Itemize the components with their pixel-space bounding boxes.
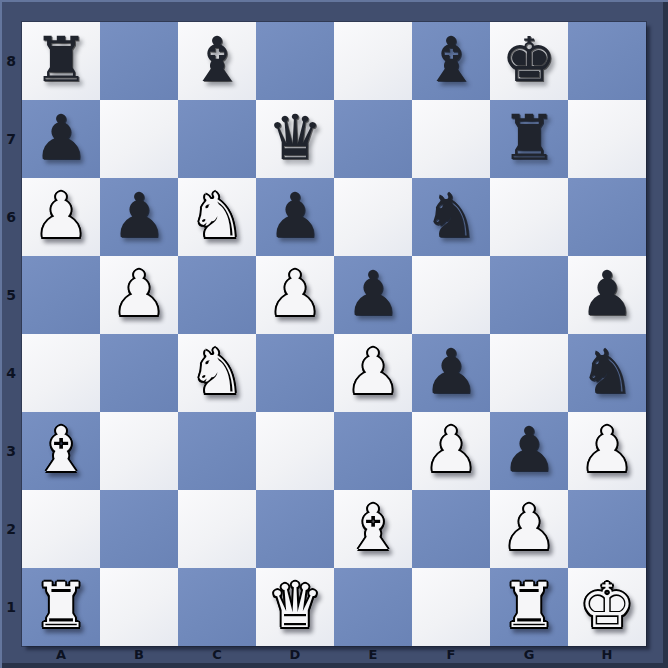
square-h1[interactable]: ♚ bbox=[568, 568, 646, 646]
file-label-a: A bbox=[22, 647, 100, 662]
rank-label-8: 8 bbox=[0, 22, 22, 100]
square-g6[interactable] bbox=[490, 178, 568, 256]
square-f1[interactable] bbox=[412, 568, 490, 646]
piece-black-pawn[interactable]: ♟ bbox=[490, 412, 568, 490]
square-e4[interactable]: ♟ bbox=[334, 334, 412, 412]
piece-white-pawn[interactable]: ♟ bbox=[568, 412, 646, 490]
square-e3[interactable] bbox=[334, 412, 412, 490]
piece-white-knight[interactable]: ♞ bbox=[178, 334, 256, 412]
piece-white-queen[interactable]: ♛ bbox=[256, 568, 334, 646]
file-label-b: B bbox=[100, 647, 178, 662]
piece-black-bishop[interactable]: ♝ bbox=[178, 22, 256, 100]
square-a2[interactable] bbox=[22, 490, 100, 568]
square-f3[interactable]: ♟ bbox=[412, 412, 490, 490]
piece-white-pawn[interactable]: ♟ bbox=[490, 490, 568, 568]
square-b5[interactable]: ♟ bbox=[100, 256, 178, 334]
square-e7[interactable] bbox=[334, 100, 412, 178]
rank-label-5: 5 bbox=[0, 256, 22, 334]
square-b6[interactable]: ♟ bbox=[100, 178, 178, 256]
square-g1[interactable]: ♜ bbox=[490, 568, 568, 646]
piece-black-pawn[interactable]: ♟ bbox=[100, 178, 178, 256]
chess-app: 87654321 ♜♝♝♚♟♛♜♟♟♞♟♞♟♟♟♟♞♟♟♞♝♟♟♟♝♟♜♛♜♚ … bbox=[0, 0, 668, 668]
piece-white-pawn[interactable]: ♟ bbox=[334, 334, 412, 412]
square-d3[interactable] bbox=[256, 412, 334, 490]
square-c4[interactable]: ♞ bbox=[178, 334, 256, 412]
square-h5[interactable]: ♟ bbox=[568, 256, 646, 334]
square-d7[interactable]: ♛ bbox=[256, 100, 334, 178]
square-c5[interactable] bbox=[178, 256, 256, 334]
square-d2[interactable] bbox=[256, 490, 334, 568]
square-d4[interactable] bbox=[256, 334, 334, 412]
piece-white-pawn[interactable]: ♟ bbox=[100, 256, 178, 334]
square-h8[interactable] bbox=[568, 22, 646, 100]
piece-black-knight[interactable]: ♞ bbox=[568, 334, 646, 412]
square-g7[interactable]: ♜ bbox=[490, 100, 568, 178]
square-g5[interactable] bbox=[490, 256, 568, 334]
square-c7[interactable] bbox=[178, 100, 256, 178]
square-f8[interactable]: ♝ bbox=[412, 22, 490, 100]
square-g2[interactable]: ♟ bbox=[490, 490, 568, 568]
piece-white-pawn[interactable]: ♟ bbox=[412, 412, 490, 490]
square-c2[interactable] bbox=[178, 490, 256, 568]
rank-label-2: 2 bbox=[0, 490, 22, 568]
square-e5[interactable]: ♟ bbox=[334, 256, 412, 334]
square-a8[interactable]: ♜ bbox=[22, 22, 100, 100]
square-h2[interactable] bbox=[568, 490, 646, 568]
file-label-g: G bbox=[490, 647, 568, 662]
piece-white-pawn[interactable]: ♟ bbox=[256, 256, 334, 334]
square-d1[interactable]: ♛ bbox=[256, 568, 334, 646]
piece-black-knight[interactable]: ♞ bbox=[412, 178, 490, 256]
file-labels: ABCDEFGH bbox=[22, 644, 646, 665]
square-h4[interactable]: ♞ bbox=[568, 334, 646, 412]
square-b3[interactable] bbox=[100, 412, 178, 490]
piece-black-bishop[interactable]: ♝ bbox=[412, 22, 490, 100]
rank-label-6: 6 bbox=[0, 178, 22, 256]
square-f5[interactable] bbox=[412, 256, 490, 334]
square-e8[interactable] bbox=[334, 22, 412, 100]
rank-label-4: 4 bbox=[0, 334, 22, 412]
rank-label-3: 3 bbox=[0, 412, 22, 490]
square-c6[interactable]: ♞ bbox=[178, 178, 256, 256]
square-a1[interactable]: ♜ bbox=[22, 568, 100, 646]
square-e6[interactable] bbox=[334, 178, 412, 256]
square-b1[interactable] bbox=[100, 568, 178, 646]
square-h6[interactable] bbox=[568, 178, 646, 256]
square-b4[interactable] bbox=[100, 334, 178, 412]
square-e2[interactable]: ♝ bbox=[334, 490, 412, 568]
piece-black-pawn[interactable]: ♟ bbox=[22, 100, 100, 178]
square-a7[interactable]: ♟ bbox=[22, 100, 100, 178]
square-a4[interactable] bbox=[22, 334, 100, 412]
piece-black-rook[interactable]: ♜ bbox=[490, 100, 568, 178]
piece-white-rook[interactable]: ♜ bbox=[490, 568, 568, 646]
piece-black-pawn[interactable]: ♟ bbox=[412, 334, 490, 412]
square-g4[interactable] bbox=[490, 334, 568, 412]
rank-label-7: 7 bbox=[0, 100, 22, 178]
square-g8[interactable]: ♚ bbox=[490, 22, 568, 100]
square-h7[interactable] bbox=[568, 100, 646, 178]
square-c8[interactable]: ♝ bbox=[178, 22, 256, 100]
square-e1[interactable] bbox=[334, 568, 412, 646]
rank-labels: 87654321 bbox=[0, 22, 22, 646]
piece-black-queen[interactable]: ♛ bbox=[256, 100, 334, 178]
file-label-h: H bbox=[568, 647, 646, 662]
square-b8[interactable] bbox=[100, 22, 178, 100]
rank-label-1: 1 bbox=[0, 568, 22, 646]
piece-black-pawn[interactable]: ♟ bbox=[568, 256, 646, 334]
square-d5[interactable]: ♟ bbox=[256, 256, 334, 334]
piece-white-bishop[interactable]: ♝ bbox=[22, 412, 100, 490]
square-c3[interactable] bbox=[178, 412, 256, 490]
piece-black-rook[interactable]: ♜ bbox=[22, 22, 100, 100]
chess-board: ♜♝♝♚♟♛♜♟♟♞♟♞♟♟♟♟♞♟♟♞♝♟♟♟♝♟♜♛♜♚ bbox=[22, 22, 646, 646]
piece-white-rook[interactable]: ♜ bbox=[22, 568, 100, 646]
file-label-c: C bbox=[178, 647, 256, 662]
square-d6[interactable]: ♟ bbox=[256, 178, 334, 256]
square-f2[interactable] bbox=[412, 490, 490, 568]
piece-white-king[interactable]: ♚ bbox=[568, 568, 646, 646]
piece-white-bishop[interactable]: ♝ bbox=[334, 490, 412, 568]
square-f7[interactable] bbox=[412, 100, 490, 178]
piece-white-pawn[interactable]: ♟ bbox=[22, 178, 100, 256]
square-b2[interactable] bbox=[100, 490, 178, 568]
square-c1[interactable] bbox=[178, 568, 256, 646]
piece-black-pawn[interactable]: ♟ bbox=[256, 178, 334, 256]
square-h3[interactable]: ♟ bbox=[568, 412, 646, 490]
square-a5[interactable] bbox=[22, 256, 100, 334]
square-a3[interactable]: ♝ bbox=[22, 412, 100, 490]
square-b7[interactable] bbox=[100, 100, 178, 178]
piece-black-king[interactable]: ♚ bbox=[490, 22, 568, 100]
square-f6[interactable]: ♞ bbox=[412, 178, 490, 256]
file-label-e: E bbox=[334, 647, 412, 662]
square-d8[interactable] bbox=[256, 22, 334, 100]
piece-white-knight[interactable]: ♞ bbox=[178, 178, 256, 256]
square-f4[interactable]: ♟ bbox=[412, 334, 490, 412]
file-label-d: D bbox=[256, 647, 334, 662]
file-label-f: F bbox=[412, 647, 490, 662]
square-a6[interactable]: ♟ bbox=[22, 178, 100, 256]
square-g3[interactable]: ♟ bbox=[490, 412, 568, 490]
piece-black-pawn[interactable]: ♟ bbox=[334, 256, 412, 334]
